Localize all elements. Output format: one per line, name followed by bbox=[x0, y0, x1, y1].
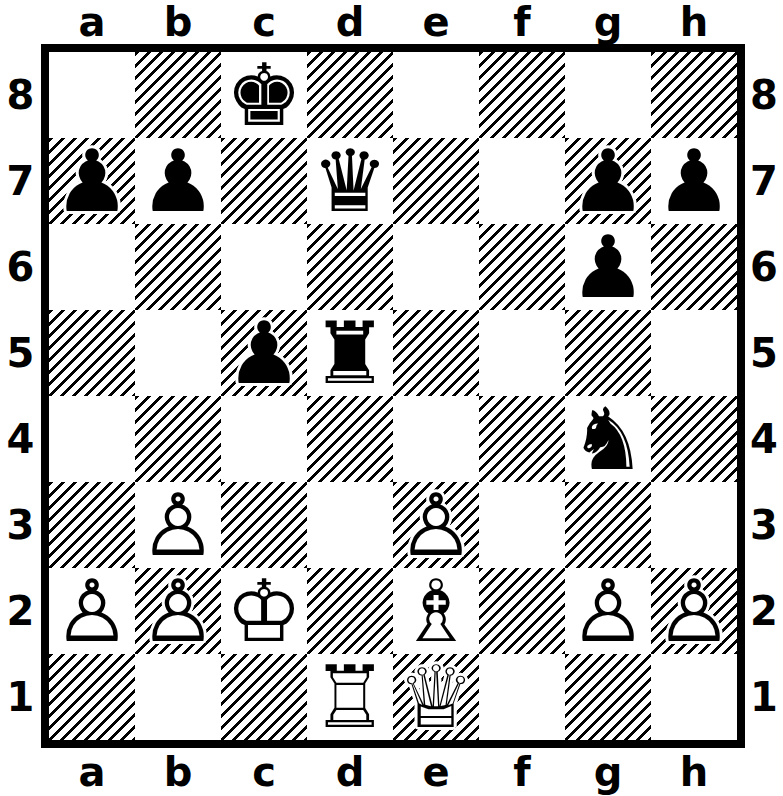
black-rook-glyph: ♜ bbox=[307, 310, 393, 396]
white-rook-fill: ♜ bbox=[307, 654, 393, 740]
square-d2 bbox=[307, 568, 393, 654]
black-pawn-glyph: ♟ bbox=[135, 138, 221, 224]
square-d4 bbox=[307, 396, 393, 482]
square-h1 bbox=[651, 654, 737, 740]
white-pawn-fill: ♟ bbox=[565, 568, 651, 654]
square-f3 bbox=[479, 482, 565, 568]
white-bishop-glyph: ♗ bbox=[393, 568, 479, 654]
rank-label-1: 1 bbox=[745, 654, 783, 740]
white-pawn-fill: ♟ bbox=[393, 482, 479, 568]
black-pawn-g6: ♟ bbox=[565, 224, 651, 310]
file-label-c: c bbox=[221, 748, 307, 796]
square-h5 bbox=[651, 310, 737, 396]
white-pawn-glyph: ♙ bbox=[393, 482, 479, 568]
square-g1 bbox=[565, 654, 651, 740]
file-label-g: g bbox=[565, 748, 651, 796]
black-pawn-glyph: ♟ bbox=[565, 224, 651, 310]
square-b3: ♟♙ bbox=[135, 482, 221, 568]
black-pawn-b7: ♟ bbox=[135, 138, 221, 224]
file-labels-top: abcdefgh bbox=[41, 0, 745, 44]
square-h7: ♟ bbox=[651, 138, 737, 224]
black-queen-d7: ♛ bbox=[307, 138, 393, 224]
square-f8 bbox=[479, 52, 565, 138]
square-d7: ♛ bbox=[307, 138, 393, 224]
square-a4 bbox=[49, 396, 135, 482]
file-labels-bottom: abcdefgh bbox=[41, 748, 745, 796]
white-pawn-b3: ♟♙ bbox=[135, 482, 221, 568]
square-e2: ♝♗ bbox=[393, 568, 479, 654]
square-c5: ♟ bbox=[221, 310, 307, 396]
white-queen-glyph: ♕ bbox=[393, 654, 479, 740]
file-label-h: h bbox=[651, 0, 737, 44]
white-pawn-fill: ♟ bbox=[135, 568, 221, 654]
square-b4 bbox=[135, 396, 221, 482]
square-a6 bbox=[49, 224, 135, 310]
black-pawn-glyph: ♟ bbox=[565, 138, 651, 224]
square-f6 bbox=[479, 224, 565, 310]
rank-label-4: 4 bbox=[745, 396, 783, 482]
rank-label-1: 1 bbox=[0, 654, 41, 740]
file-label-a: a bbox=[49, 748, 135, 796]
square-g6: ♟ bbox=[565, 224, 651, 310]
square-e8 bbox=[393, 52, 479, 138]
square-f1 bbox=[479, 654, 565, 740]
rank-label-3: 3 bbox=[745, 482, 783, 568]
white-pawn-glyph: ♙ bbox=[565, 568, 651, 654]
white-pawn-fill: ♟ bbox=[135, 482, 221, 568]
square-a2: ♟♙ bbox=[49, 568, 135, 654]
square-a3 bbox=[49, 482, 135, 568]
white-pawn-a2: ♟♙ bbox=[49, 568, 135, 654]
square-c4 bbox=[221, 396, 307, 482]
white-pawn-b2: ♟♙ bbox=[135, 568, 221, 654]
white-pawn-glyph: ♙ bbox=[135, 482, 221, 568]
white-bishop-e2: ♝♗ bbox=[393, 568, 479, 654]
file-label-c: c bbox=[221, 0, 307, 44]
square-g3 bbox=[565, 482, 651, 568]
rank-label-5: 5 bbox=[745, 310, 783, 396]
black-pawn-a7: ♟ bbox=[49, 138, 135, 224]
file-label-g: g bbox=[565, 0, 651, 44]
white-pawn-glyph: ♙ bbox=[135, 568, 221, 654]
square-b8 bbox=[135, 52, 221, 138]
square-h6 bbox=[651, 224, 737, 310]
white-pawn-e3: ♟♙ bbox=[393, 482, 479, 568]
square-a5 bbox=[49, 310, 135, 396]
square-b6 bbox=[135, 224, 221, 310]
square-b1 bbox=[135, 654, 221, 740]
file-label-e: e bbox=[393, 748, 479, 796]
white-pawn-h2: ♟♙ bbox=[651, 568, 737, 654]
square-h4 bbox=[651, 396, 737, 482]
white-pawn-glyph: ♙ bbox=[651, 568, 737, 654]
square-b7: ♟ bbox=[135, 138, 221, 224]
square-f5 bbox=[479, 310, 565, 396]
white-rook-glyph: ♖ bbox=[307, 654, 393, 740]
white-pawn-fill: ♟ bbox=[49, 568, 135, 654]
square-e4 bbox=[393, 396, 479, 482]
black-rook-d5: ♜ bbox=[307, 310, 393, 396]
square-d1: ♜♖ bbox=[307, 654, 393, 740]
square-e3: ♟♙ bbox=[393, 482, 479, 568]
white-king-fill: ♚ bbox=[221, 568, 307, 654]
rank-label-6: 6 bbox=[745, 224, 783, 310]
file-label-a: a bbox=[49, 0, 135, 44]
square-d5: ♜ bbox=[307, 310, 393, 396]
square-f7 bbox=[479, 138, 565, 224]
file-label-f: f bbox=[479, 0, 565, 44]
rank-label-4: 4 bbox=[0, 396, 41, 482]
black-pawn-g7: ♟ bbox=[565, 138, 651, 224]
chess-board: ♚♟♟♛♟♟♟♟♜♞♟♙♟♙♟♙♟♙♚♔♝♗♟♙♟♙♜♖♛♕ bbox=[41, 44, 745, 748]
square-h2: ♟♙ bbox=[651, 568, 737, 654]
black-king-c8: ♚ bbox=[221, 52, 307, 138]
rank-labels-right: 87654321 bbox=[745, 44, 783, 748]
square-g2: ♟♙ bbox=[565, 568, 651, 654]
file-label-b: b bbox=[135, 748, 221, 796]
file-label-d: d bbox=[307, 748, 393, 796]
square-d3 bbox=[307, 482, 393, 568]
rank-labels-left: 87654321 bbox=[0, 44, 41, 748]
rank-label-2: 2 bbox=[745, 568, 783, 654]
black-pawn-h7: ♟ bbox=[651, 138, 737, 224]
file-label-b: b bbox=[135, 0, 221, 44]
black-pawn-glyph: ♟ bbox=[651, 138, 737, 224]
square-d8 bbox=[307, 52, 393, 138]
square-c2: ♚♔ bbox=[221, 568, 307, 654]
black-queen-glyph: ♛ bbox=[307, 138, 393, 224]
black-knight-g4: ♞ bbox=[565, 396, 651, 482]
rank-label-2: 2 bbox=[0, 568, 41, 654]
white-pawn-fill: ♟ bbox=[651, 568, 737, 654]
square-c6 bbox=[221, 224, 307, 310]
white-king-glyph: ♔ bbox=[221, 568, 307, 654]
file-label-f: f bbox=[479, 748, 565, 796]
chess-diagram: abcdefgh 87654321 ♚♟♟♛♟♟♟♟♜♞♟♙♟♙♟♙♟♙♚♔♝♗… bbox=[0, 0, 783, 796]
square-a7: ♟ bbox=[49, 138, 135, 224]
square-b5 bbox=[135, 310, 221, 396]
black-pawn-glyph: ♟ bbox=[49, 138, 135, 224]
square-c1 bbox=[221, 654, 307, 740]
white-queen-e1: ♛♕ bbox=[393, 654, 479, 740]
white-bishop-fill: ♝ bbox=[393, 568, 479, 654]
black-king-glyph: ♚ bbox=[221, 52, 307, 138]
square-e1: ♛♕ bbox=[393, 654, 479, 740]
square-h3 bbox=[651, 482, 737, 568]
rank-label-6: 6 bbox=[0, 224, 41, 310]
white-pawn-g2: ♟♙ bbox=[565, 568, 651, 654]
square-a8 bbox=[49, 52, 135, 138]
black-pawn-glyph: ♟ bbox=[221, 310, 307, 396]
square-a1 bbox=[49, 654, 135, 740]
square-f4 bbox=[479, 396, 565, 482]
square-g8 bbox=[565, 52, 651, 138]
square-d6 bbox=[307, 224, 393, 310]
square-g5 bbox=[565, 310, 651, 396]
black-knight-glyph: ♞ bbox=[565, 396, 651, 482]
rank-label-7: 7 bbox=[745, 138, 783, 224]
square-e5 bbox=[393, 310, 479, 396]
white-queen-fill: ♛ bbox=[393, 654, 479, 740]
square-b2: ♟♙ bbox=[135, 568, 221, 654]
square-c7 bbox=[221, 138, 307, 224]
square-g4: ♞ bbox=[565, 396, 651, 482]
square-c8: ♚ bbox=[221, 52, 307, 138]
rank-label-5: 5 bbox=[0, 310, 41, 396]
white-rook-d1: ♜♖ bbox=[307, 654, 393, 740]
file-label-e: e bbox=[393, 0, 479, 44]
white-king-c2: ♚♔ bbox=[221, 568, 307, 654]
rank-label-8: 8 bbox=[745, 52, 783, 138]
file-label-d: d bbox=[307, 0, 393, 44]
black-pawn-c5: ♟ bbox=[221, 310, 307, 396]
square-c3 bbox=[221, 482, 307, 568]
rank-label-7: 7 bbox=[0, 138, 41, 224]
rank-label-3: 3 bbox=[0, 482, 41, 568]
white-pawn-glyph: ♙ bbox=[49, 568, 135, 654]
rank-label-8: 8 bbox=[0, 52, 41, 138]
file-label-h: h bbox=[651, 748, 737, 796]
square-e6 bbox=[393, 224, 479, 310]
square-h8 bbox=[651, 52, 737, 138]
square-g7: ♟ bbox=[565, 138, 651, 224]
square-f2 bbox=[479, 568, 565, 654]
square-e7 bbox=[393, 138, 479, 224]
